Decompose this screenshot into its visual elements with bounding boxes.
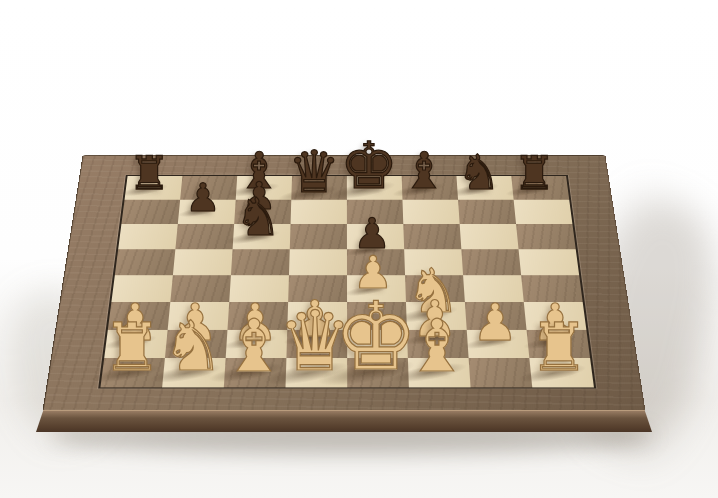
piece-black-rook-h8[interactable]: ♜ [513, 150, 554, 196]
piece-black-queen-d8[interactable]: ♛ [288, 143, 340, 201]
piece-black-knight-c6[interactable]: ♞ [235, 191, 282, 243]
square-a6[interactable] [118, 224, 178, 249]
square-f7[interactable] [402, 200, 459, 225]
square-f6[interactable] [403, 224, 461, 249]
piece-black-king-e8[interactable]: ♚ [340, 133, 398, 198]
square-c5[interactable] [231, 249, 290, 275]
piece-white-rook-h1[interactable]: ♜ [529, 315, 588, 381]
piece-black-pawn-b7[interactable]: ♟ [186, 178, 221, 217]
square-b5[interactable] [173, 249, 233, 275]
square-g6[interactable] [460, 224, 519, 249]
piece-white-pawn-g2[interactable]: ♟ [472, 297, 518, 348]
square-h5[interactable] [519, 249, 580, 275]
square-h7[interactable] [514, 200, 573, 225]
square-d5[interactable] [289, 249, 347, 275]
piece-black-bishop-f8[interactable]: ♝ [402, 146, 447, 196]
square-h6[interactable] [516, 224, 576, 249]
piece-black-rook-a8[interactable]: ♜ [128, 150, 169, 196]
square-d6[interactable] [290, 224, 347, 249]
piece-white-bishop-f1[interactable]: ♝ [405, 310, 470, 382]
product-photo-scene: ♜♝♚♝♞♜♛♟♟♞♟♟♞♟♟♟♟♟♟♟♜♞♝♛♚♝♜ [0, 0, 718, 498]
board-front-edge [36, 410, 652, 432]
piece-black-knight-g8[interactable]: ♞ [457, 148, 500, 196]
square-a7[interactable] [121, 200, 180, 225]
square-g5[interactable] [461, 249, 521, 275]
square-a5[interactable] [115, 249, 176, 275]
square-g7[interactable] [458, 200, 516, 225]
